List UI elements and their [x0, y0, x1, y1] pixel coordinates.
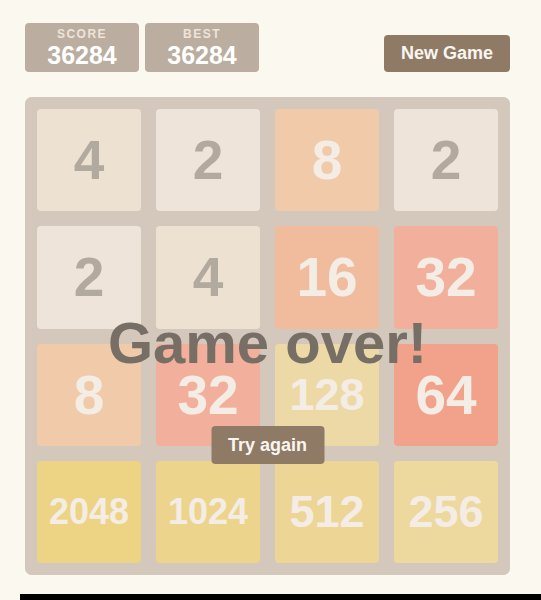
- app-2048: SCORE 36284 BEST 36284 New Game 42822416…: [0, 0, 541, 600]
- game-over-overlay: Game over! Try again: [25, 97, 510, 575]
- board-2048: 42822416328321286420481024512256 Game ov…: [25, 97, 510, 575]
- screenshot-bottom-edge: [20, 594, 541, 600]
- best-label: BEST: [183, 27, 221, 41]
- try-again-button[interactable]: Try again: [211, 426, 324, 464]
- score-label: SCORE: [57, 27, 107, 41]
- best-box: BEST 36284: [145, 23, 259, 72]
- best-value: 36284: [167, 41, 237, 69]
- score-box: SCORE 36284: [25, 23, 139, 72]
- score-value: 36284: [47, 41, 117, 69]
- game-over-message: Game over!: [25, 308, 510, 378]
- new-game-button[interactable]: New Game: [384, 35, 510, 72]
